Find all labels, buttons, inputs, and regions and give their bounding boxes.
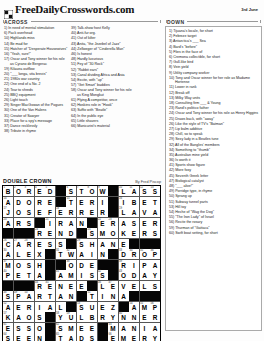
black-cell (108, 260, 118, 270)
crossword-cell[interactable]: 32W (66, 249, 76, 259)
cell-letter: T (87, 294, 97, 300)
cell-letter: R (150, 221, 160, 227)
crossword-cell[interactable]: R (140, 228, 150, 238)
down-header: DOWN (166, 18, 261, 25)
black-cell (66, 239, 76, 249)
cell-letter: R (24, 242, 34, 248)
black-cell (108, 207, 118, 217)
cell-letter: A (140, 273, 150, 279)
crossword-cell[interactable]: A (66, 333, 76, 341)
cell-letter: A (14, 315, 24, 321)
crossword-cell[interactable]: E (98, 302, 108, 312)
clue-item: 55) "The Iron Lady" of Israel (169, 215, 263, 220)
cell-letter: T (150, 200, 160, 206)
black-cell (24, 281, 34, 291)
crossword-cell[interactable]: E (129, 281, 139, 291)
cell-letter: A (119, 294, 129, 300)
clue-item: 29) Singer MacGowan of the Pogues (4, 103, 68, 108)
crossword-cell[interactable]: E (66, 281, 76, 291)
crossword-cell[interactable]: 65T (56, 333, 66, 341)
crossword-cell[interactable]: 18E (56, 207, 66, 217)
crossword-cell[interactable]: 12S (140, 186, 150, 196)
cell-letter: T (45, 294, 55, 300)
crossword-cell[interactable]: 47E (108, 281, 118, 291)
cell-letter: S (45, 242, 55, 248)
down-column: DOWN 1) Tijuana's locale, for short2) Fe… (165, 17, 262, 331)
crossword-cell[interactable]: 55M (140, 302, 150, 312)
cell-letter: A (129, 210, 139, 216)
rule-tick (160, 20, 161, 23)
crossword-cell[interactable]: 39R (119, 260, 129, 270)
crossword-cell[interactable]: V (140, 207, 150, 217)
crossword-cell[interactable]: 60N (119, 312, 129, 322)
crossword-cell[interactable]: 29S (77, 239, 87, 249)
crossword-cell[interactable]: X (35, 249, 45, 259)
crossword-cell[interactable]: 21I (45, 218, 55, 228)
crossword-cell[interactable]: A (119, 323, 129, 333)
crossword-cell[interactable]: R (35, 197, 45, 207)
crossword-cell[interactable]: A (140, 270, 150, 280)
crossword-cell[interactable]: I (77, 270, 87, 280)
clue-item: 16) "Yeah, sure!" (4, 52, 68, 57)
crossword-cell[interactable]: 33D (119, 249, 129, 259)
cell-letter: K (119, 231, 129, 237)
crossword-cell[interactable]: R (150, 218, 160, 228)
crossword-cell[interactable]: E (140, 197, 150, 207)
black-cell (3, 228, 13, 238)
crossword-cell[interactable]: E (140, 312, 150, 322)
crossword-cell[interactable]: L (140, 281, 150, 291)
cell-letter: L (14, 252, 24, 258)
cell-letter: O (14, 263, 24, 269)
crossword-cell[interactable]: Y (108, 312, 118, 322)
cell-letter: O (108, 231, 118, 237)
crossword-cell[interactable]: 52A (3, 302, 13, 312)
cell-letter: D (66, 231, 76, 237)
crossword-cell[interactable]: 8O (87, 186, 97, 196)
crossword-cell[interactable]: 49P (14, 291, 24, 301)
down-rule (187, 21, 258, 22)
crossword-cell[interactable]: O (14, 207, 24, 217)
crossword-cell[interactable]: N (56, 228, 66, 238)
crossword-cell[interactable]: 51T (87, 291, 97, 301)
crossword-cell[interactable]: E (35, 239, 45, 249)
rule-tick (260, 20, 261, 23)
cell-letter: S (24, 326, 34, 332)
crossword-cell[interactable]: S (129, 218, 139, 228)
crossword-cell[interactable]: A (150, 207, 160, 217)
crossword-cell[interactable]: 2O (14, 186, 24, 196)
crossword-cell[interactable]: A (98, 239, 108, 249)
clue-item: 6) Pack overhead (4, 31, 68, 36)
crossword-cell[interactable]: O (108, 228, 118, 238)
crossword-cell[interactable]: R (14, 218, 24, 228)
crossword-cell[interactable]: I (87, 249, 97, 259)
crossword-cell[interactable]: 38O (66, 260, 76, 270)
black-cell (77, 291, 87, 301)
crossword-cell[interactable]: 30A (3, 249, 13, 259)
crossword-cell[interactable]: D (77, 260, 87, 270)
crossword-cell[interactable]: D (14, 197, 24, 207)
crossword-cell[interactable]: E (119, 239, 129, 249)
crossword-cell[interactable]: 66E (108, 333, 118, 341)
crossword-cell[interactable]: E (129, 228, 139, 238)
cell-letter: E (87, 326, 97, 332)
crossword-cell[interactable]: N (129, 323, 139, 333)
crossword-cell[interactable]: R (77, 207, 87, 217)
crossword-cell[interactable]: 45E (45, 281, 55, 291)
crossword-cell[interactable]: 41A (56, 270, 66, 280)
clue-item: 51) Fey of "30 Rock" (71, 62, 135, 67)
cell-letter: H (87, 242, 97, 248)
crossword-cell[interactable]: 9W (98, 186, 108, 196)
crossword-cell[interactable]: E (87, 207, 97, 217)
crossword-cell[interactable]: 20A (3, 218, 13, 228)
black-cell (66, 302, 76, 312)
crossword-cell[interactable]: E (129, 333, 139, 341)
across-clue-list: 1) In need of mental stimulation6) Pack … (2, 26, 162, 176)
crossword-cell[interactable]: 28R (24, 239, 34, 249)
crossword-cell[interactable]: 64S (3, 333, 13, 341)
crossword-cell[interactable]: S (14, 323, 24, 333)
crossword-cell[interactable]: 40P (3, 270, 13, 280)
crossword-cell[interactable]: 53S (77, 302, 87, 312)
clue-item: 66) Manicurist's material (71, 124, 135, 129)
cell-letter: D (77, 336, 87, 341)
cell-letter: E (108, 284, 118, 290)
cell-letter: N (129, 315, 139, 321)
crossword-cell[interactable]: I (98, 197, 108, 207)
crossword-cell[interactable]: 7T (77, 186, 87, 196)
crossword-cell[interactable]: B (129, 197, 139, 207)
crossword-cell[interactable]: R (140, 333, 150, 341)
cell-letter: E (140, 200, 150, 206)
cell-letter: N (119, 315, 129, 321)
crossword-cell[interactable]: N (98, 249, 108, 259)
cell-letter: O (14, 210, 24, 216)
crossword-cell[interactable]: E (77, 281, 87, 291)
crossword-cell[interactable]: A (77, 249, 87, 259)
crossword-cell[interactable]: 13S (150, 186, 160, 196)
crossword-cell[interactable]: 25S (87, 228, 97, 238)
crossword-cell[interactable]: R (66, 207, 76, 217)
crossword-cell[interactable]: A (119, 218, 129, 228)
cell-letter: S (150, 231, 160, 237)
crossword-cell[interactable]: 11A (129, 186, 139, 196)
black-cell (129, 291, 139, 301)
black-cell (45, 249, 55, 259)
crossword-cell[interactable]: I (35, 302, 45, 312)
crossword-cell[interactable]: 22E (98, 218, 108, 228)
black-cell (45, 333, 55, 341)
crossword-cell[interactable]: A (129, 207, 139, 217)
crossword-cell[interactable]: 14A (3, 197, 13, 207)
crossword-cell[interactable]: 4E (35, 186, 45, 196)
cell-letter: R (35, 294, 45, 300)
across-clue-column-1: 1) In need of mental stimulation6) Pack … (4, 26, 68, 176)
crossword-cell[interactable]: I (140, 323, 150, 333)
black-cell (56, 186, 66, 196)
clue-item: 44) Zellweger of "Cinderella Man" (71, 47, 135, 52)
crossword-cell[interactable]: L (77, 312, 87, 322)
cell-letter: E (140, 315, 150, 321)
crossword-cell[interactable]: S (24, 260, 34, 270)
cell-letter: R (150, 315, 160, 321)
crossword-cell[interactable]: H (35, 260, 45, 270)
cell-letter: R (35, 200, 45, 206)
crossword-cell[interactable]: D (66, 228, 76, 238)
cell-letter: S (129, 221, 139, 227)
crossword-cell[interactable]: A (14, 312, 24, 322)
clue-item: 24) Oscar and Tony winner for his role a… (169, 111, 263, 116)
crossword-logo-icon (4, 5, 13, 14)
cell-letter: E (98, 305, 108, 311)
crossword-cell[interactable]: 31T (56, 249, 66, 259)
crossword-cell[interactable]: 44R (35, 281, 45, 291)
crossword-cell[interactable]: E (14, 302, 24, 312)
crossword-cell[interactable]: E (35, 207, 45, 217)
crossword-cell[interactable]: V (119, 281, 129, 291)
clue-item: 60) Swift boat setting, for short (169, 231, 263, 236)
crossword-cell[interactable]: I (129, 260, 139, 270)
cell-letter: A (66, 221, 76, 227)
black-cell (14, 228, 24, 238)
crossword-cell[interactable]: 42S (98, 270, 108, 280)
cell-letter: E (129, 336, 139, 341)
crossword-cell[interactable]: 5D (45, 186, 55, 196)
crossword-cell[interactable]: L (14, 249, 24, 259)
clue-item: 3) Antarctica's ___ Sea (169, 39, 263, 44)
down-clue-list: 1) Tijuana's locale, for short2) Febreze… (165, 26, 262, 331)
crossword-cell[interactable]: D (77, 333, 87, 341)
crossword-cell[interactable]: A (45, 302, 55, 312)
crossword-cell[interactable]: O (24, 197, 34, 207)
crossword-cell[interactable]: 6S (66, 186, 76, 196)
black-cell (56, 260, 66, 270)
crossword-cell[interactable]: 1B (3, 186, 13, 196)
clue-item: 7) Gull-like bird (169, 60, 263, 65)
crossword-cell[interactable]: M (66, 323, 76, 333)
crossword-cell[interactable]: 34R (129, 249, 139, 259)
cell-letter: E (14, 305, 24, 311)
cell-letter: Y (56, 315, 66, 321)
cell-letter: A (45, 305, 55, 311)
black-cell (150, 291, 160, 301)
crossword-cell[interactable]: R (56, 218, 66, 228)
cell-letter: A (24, 294, 34, 300)
crossword-cell[interactable]: B (87, 312, 97, 322)
crossword-cell[interactable]: 16I (119, 197, 129, 207)
crossword-cell[interactable]: T (24, 270, 34, 280)
crossword-cell[interactable]: 43O (119, 270, 129, 280)
crossword-cell[interactable]: M (98, 228, 108, 238)
crossword-cell[interactable]: K (119, 228, 129, 238)
clue-item: 25) BBQ equipment (4, 93, 68, 98)
cell-letter: R (35, 231, 45, 237)
crossword-cell[interactable]: R (24, 302, 34, 312)
crossword-cell[interactable]: 58Y (56, 312, 66, 322)
crossword-cell[interactable]: A (150, 260, 160, 270)
crossword-cell[interactable]: Z (108, 302, 118, 312)
crossword-cell[interactable]: 48S (3, 291, 13, 301)
crossword-cell[interactable]: 35O (140, 249, 150, 259)
crossword-cell[interactable]: O (35, 323, 45, 333)
black-cell (98, 333, 108, 341)
cell-letter: M (98, 231, 108, 237)
crossword-cell[interactable]: 3R (24, 186, 34, 196)
cell-letter: R (66, 210, 76, 216)
crossword-cell[interactable]: H (87, 239, 97, 249)
crossword-cell[interactable]: N (108, 291, 118, 301)
crossword-cell[interactable]: E (14, 270, 24, 280)
crossword-cell[interactable]: 10L (119, 186, 129, 196)
cell-letter: D (119, 252, 129, 258)
crossword-cell[interactable]: N (35, 333, 45, 341)
cell-letter: P (150, 252, 160, 258)
crossword-cell[interactable]: T (150, 197, 160, 207)
crossword-cell[interactable]: 59U (66, 312, 76, 322)
cell-letter: F (45, 210, 55, 216)
crossword-cell[interactable]: 15T (66, 197, 76, 207)
crossword-cell[interactable]: N (56, 281, 66, 291)
cell-letter: O (14, 189, 24, 195)
crossword-cell[interactable]: E (87, 260, 97, 270)
crossword-cell[interactable]: D (129, 270, 139, 280)
cell-letter: R (14, 221, 24, 227)
crossword-cell[interactable]: R (98, 312, 108, 322)
crossword-cell[interactable]: S (87, 333, 97, 341)
cell-letter: E (24, 252, 34, 258)
crossword-cell[interactable]: 62S (56, 323, 66, 333)
crossword-cell[interactable]: S (24, 218, 34, 228)
clue-item: 61) Flying A competitor, once (71, 98, 135, 103)
puzzle-title-row: DOUBLE CROWN By Fred Piscop (3, 178, 161, 184)
crossword-cell[interactable]: S (35, 312, 45, 322)
crossword-cell[interactable]: 24R (35, 228, 45, 238)
crossword-cell[interactable]: N (77, 218, 87, 228)
crossword-cell[interactable]: N (129, 312, 139, 322)
clue-item: 8) Vein yield (169, 65, 263, 70)
cell-letter: M (66, 273, 76, 279)
crossword-cell[interactable]: S (56, 239, 66, 249)
crossword-cell[interactable]: 50A (24, 291, 34, 301)
crossword-cell[interactable]: S (24, 207, 34, 217)
crossword-cell[interactable]: T (45, 291, 55, 301)
crossword-cell[interactable]: S (150, 228, 160, 238)
cell-letter: E (87, 210, 97, 216)
crossword-cell[interactable]: M (119, 333, 129, 341)
crossword-cell[interactable]: Y (150, 333, 160, 341)
clue-item: 43) Anita, "the Jezebel of Jazz" (71, 42, 135, 47)
clue-item: 40) Anti-fur org. (71, 31, 135, 36)
crossword-cell[interactable]: E (45, 197, 55, 207)
crossword-cell[interactable]: 61E (3, 323, 13, 333)
crossword-cell[interactable]: 56P (150, 302, 160, 312)
crossword-cell[interactable]: E (14, 333, 24, 341)
cell-letter: R (77, 210, 87, 216)
cell-letter: S (35, 315, 45, 321)
cell-letter: T (66, 200, 76, 206)
crossword-cell[interactable]: 46L (98, 281, 108, 291)
clue-item: 45) Seventh Greek letter (169, 174, 263, 179)
crossword-cell[interactable]: E (24, 333, 34, 341)
clue-item: 47) Biological catalyst (169, 179, 263, 184)
crossword-cell[interactable]: O (24, 312, 34, 322)
crossword-cell[interactable]: 17J (3, 207, 13, 217)
crossword-cell[interactable]: S (45, 239, 55, 249)
black-cell (129, 239, 139, 249)
crossword-cell[interactable]: P (140, 260, 150, 270)
crossword-cell[interactable]: 23R (108, 218, 118, 228)
crossword-cell[interactable]: S (24, 323, 34, 333)
crossword-cell[interactable]: 36P (150, 249, 160, 259)
crossword-cell[interactable]: R (87, 197, 97, 207)
crossword-cell[interactable]: E (87, 323, 97, 333)
crossword-cell[interactable]: 54A (129, 302, 139, 312)
cell-letter: R (24, 189, 34, 195)
crossword-cell[interactable]: I (98, 291, 108, 301)
crossword-cell[interactable]: E (77, 323, 87, 333)
clue-item: 59) Thurman of "Gattaca" (169, 226, 263, 231)
cell-letter: K (3, 315, 13, 321)
crossword-cell[interactable]: E (77, 197, 87, 207)
cell-letter: P (14, 294, 24, 300)
crossword-cell[interactable]: A (150, 323, 160, 333)
black-cell (119, 302, 129, 312)
crossword-cell[interactable]: R (98, 207, 108, 217)
cell-letter: A (3, 221, 13, 227)
cell-letter: B (3, 189, 13, 195)
crossword-cell[interactable]: M (66, 270, 76, 280)
crossword-cell[interactable]: N (108, 239, 118, 249)
crossword-cell[interactable]: 37M (3, 260, 13, 270)
crossword-cell[interactable]: 27A (14, 239, 24, 249)
across-and-grid-column: ACROSS 1) In need of mental stimulation6… (2, 17, 162, 341)
clue-item: 56) Recite the rosary (169, 220, 263, 225)
crossword-cell[interactable]: S (87, 270, 97, 280)
crossword-cell[interactable]: U (87, 302, 97, 312)
crossword-cell[interactable]: A (35, 270, 45, 280)
cell-letter: U (66, 315, 76, 321)
crossword-cell[interactable]: 57K (3, 312, 13, 322)
cell-letter: Y (150, 273, 160, 279)
crossword-cell[interactable]: 63M (108, 323, 118, 333)
crossword-cell[interactable]: E (24, 249, 34, 259)
crossword-cell[interactable]: E (140, 218, 150, 228)
crossword-cell[interactable]: N (66, 291, 76, 301)
crossword-cell[interactable]: E (45, 228, 55, 238)
cell-letter: O (35, 326, 45, 332)
crossword-cell[interactable]: 26C (3, 239, 13, 249)
crossword-cell[interactable]: O (14, 260, 24, 270)
crossword-cell[interactable]: Y (150, 270, 160, 280)
crossword-cell[interactable]: S (150, 281, 160, 291)
crossword-cell[interactable]: R (35, 291, 45, 301)
crossword-cell[interactable]: R (150, 312, 160, 322)
crossword-cell[interactable]: F (45, 207, 55, 217)
crossword-cell[interactable]: 19L (119, 207, 129, 217)
clue-item: 29) Sexy lady in a Beatles tune (169, 137, 263, 142)
clue-item: 39) Talk-show host Kelly (71, 26, 135, 31)
cell-letter: R (98, 210, 108, 216)
crossword-cell[interactable]: L (56, 302, 66, 312)
clue-item: 1) In need of mental stimulation (4, 26, 68, 31)
puzzle-title: DOUBLE CROWN (3, 178, 52, 184)
crossword-cell[interactable]: A (119, 291, 129, 301)
cell-letter: U (87, 305, 97, 311)
crossword-cell[interactable]: A (56, 291, 66, 301)
crossword-cell[interactable]: A (66, 218, 76, 228)
